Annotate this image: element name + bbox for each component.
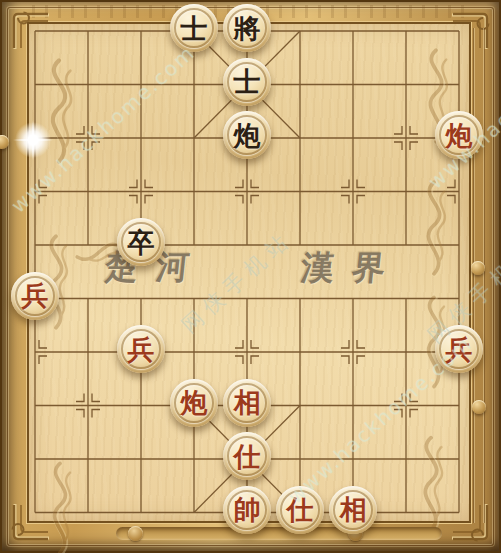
piece-red-elephant[interactable]: 相 — [223, 379, 271, 427]
piece-red-advisor[interactable]: 仕 — [276, 486, 324, 534]
piece-black-cannon[interactable]: 炮 — [223, 111, 271, 159]
piece-glyph: 卒 — [128, 229, 155, 256]
piece-glyph: 相 — [340, 496, 367, 523]
piece-red-soldier[interactable]: 兵 — [11, 272, 59, 320]
xiangqi-game-window: 楚河 漢界 士將士炮炮卒兵兵兵炮相仕帥仕相 www.hackhome.com w… — [0, 0, 501, 553]
piece-glyph: 兵 — [128, 336, 155, 363]
piece-black-soldier[interactable]: 卒 — [117, 218, 165, 266]
piece-red-soldier[interactable]: 兵 — [435, 325, 483, 373]
piece-glyph: 炮 — [181, 389, 208, 416]
piece-glyph: 仕 — [234, 443, 261, 470]
piece-glyph: 兵 — [446, 336, 473, 363]
piece-glyph: 炮 — [234, 122, 261, 149]
piece-glyph: 將 — [234, 15, 261, 42]
piece-black-advisor[interactable]: 士 — [170, 4, 218, 52]
pieces-layer: 士將士炮炮卒兵兵兵炮相仕帥仕相 — [0, 0, 501, 553]
piece-glyph: 炮 — [446, 122, 473, 149]
piece-red-cannon[interactable]: 炮 — [170, 379, 218, 427]
piece-glyph: 士 — [181, 15, 208, 42]
piece-glyph: 相 — [234, 389, 261, 416]
piece-black-general[interactable]: 將 — [223, 4, 271, 52]
piece-red-cannon[interactable]: 炮 — [435, 111, 483, 159]
piece-glyph: 帥 — [234, 496, 261, 523]
piece-red-soldier[interactable]: 兵 — [117, 325, 165, 373]
piece-red-advisor[interactable]: 仕 — [223, 432, 271, 480]
piece-red-general[interactable]: 帥 — [223, 486, 271, 534]
piece-glyph: 士 — [234, 68, 261, 95]
piece-red-elephant[interactable]: 相 — [329, 486, 377, 534]
piece-glyph: 仕 — [287, 496, 314, 523]
piece-black-advisor[interactable]: 士 — [223, 58, 271, 106]
piece-glyph: 兵 — [22, 282, 49, 309]
